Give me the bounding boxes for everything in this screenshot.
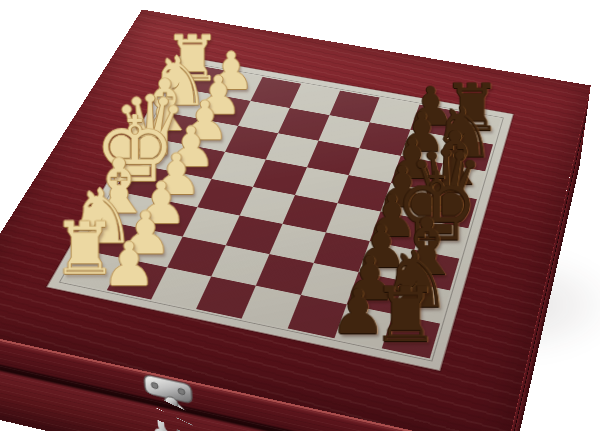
chess-box-photo: Rosewood-finish wooden chess gift box, c… [0,0,600,431]
square-b1[interactable] [107,258,167,299]
square-f5[interactable] [338,175,391,211]
square-h4[interactable] [414,220,468,259]
square-a1[interactable] [63,250,124,291]
square-a6[interactable] [145,111,199,144]
square-a2[interactable] [81,220,140,259]
square-d4[interactable] [240,187,295,224]
chess-box: ♜♟♟♜♞♟♟♞♝♟♟♝♛♟♟♛♚♟♟♚♝♟♟♝♞♟♟♞♜♟♟♜ [0,10,591,431]
square-c4[interactable] [197,179,253,216]
chessboard[interactable] [63,64,501,359]
square-g5[interactable] [381,183,434,220]
square-f6[interactable] [349,148,401,183]
board-sheet [46,56,514,371]
scene: ♜♟♟♜♞♟♟♞♝♟♟♝♛♟♟♛♚♟♟♚♝♟♟♝♞♟♟♞♜♟♟♜ [0,0,600,431]
